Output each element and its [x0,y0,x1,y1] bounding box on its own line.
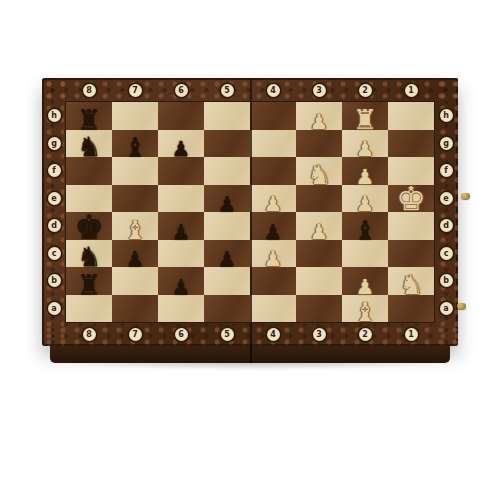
piece-white-pawn[interactable]: ♟ [342,139,388,160]
square-h2[interactable]: ♜ [342,102,388,130]
square-f6[interactable] [158,157,204,185]
square-h7[interactable] [112,102,158,130]
product-photo-chess-set: { "game": "chess", "scene": "wooden fold… [0,0,500,500]
square-c4[interactable]: ♟ [250,240,296,268]
file-medallion-b: b [440,274,453,287]
square-b5[interactable] [204,267,250,295]
square-b3[interactable] [296,267,342,295]
piece-white-king[interactable]: ♚ [388,182,434,215]
rank-medallion-3: 3 [313,328,326,341]
file-medallion-g: g [440,137,453,150]
square-a3[interactable] [296,295,342,323]
square-d2[interactable]: ♝ [342,212,388,240]
piece-black-pawn[interactable]: ♟ [158,222,204,243]
piece-white-bishop[interactable]: ♝ [342,299,388,325]
chess-board-frame: 87654321 87654321 hgfedcba hgfedcba ♜♟♜♞… [42,78,458,346]
square-a4[interactable] [250,295,296,323]
square-d6[interactable]: ♟ [158,212,204,240]
square-c5[interactable]: ♟ [204,240,250,268]
square-g3[interactable] [296,130,342,158]
piece-white-rook[interactable]: ♜ [342,106,388,133]
file-medallion-c: c [440,247,453,260]
piece-white-pawn[interactable]: ♟ [296,222,342,243]
square-g1[interactable] [388,130,434,158]
piece-black-pawn[interactable]: ♟ [250,222,296,243]
square-e7[interactable] [112,185,158,213]
file-medallion-f: f [48,164,61,177]
rank-medallion-2: 2 [359,328,372,341]
square-b2[interactable]: ♟ [342,267,388,295]
piece-black-king[interactable]: ♚ [66,210,112,243]
piece-black-knight[interactable]: ♞ [66,243,112,270]
piece-black-pawn[interactable]: ♟ [204,194,250,215]
square-e4[interactable]: ♟ [250,185,296,213]
file-medallion-d: d [48,219,61,232]
square-d5[interactable] [204,212,250,240]
square-f5[interactable] [204,157,250,185]
file-medallion-a: a [440,302,453,315]
square-f3[interactable]: ♞ [296,157,342,185]
brass-clasp-icon [457,303,466,309]
square-a2[interactable]: ♝ [342,295,388,323]
square-b8[interactable]: ♜ [66,267,112,295]
square-g6[interactable]: ♟ [158,130,204,158]
brass-clasp-icon [461,193,470,199]
square-h4[interactable] [250,102,296,130]
piece-black-bishop[interactable]: ♝ [342,217,388,243]
file-medallion-e: e [440,192,453,205]
square-f2[interactable]: ♟ [342,157,388,185]
square-d4[interactable]: ♟ [250,212,296,240]
square-c6[interactable] [158,240,204,268]
file-medallion-c: c [48,247,61,260]
piece-black-bishop[interactable]: ♝ [112,134,158,160]
piece-white-bishop[interactable]: ♝ [112,217,158,243]
square-a5[interactable] [204,295,250,323]
piece-black-pawn[interactable]: ♟ [204,249,250,270]
square-g5[interactable] [204,130,250,158]
square-h3[interactable]: ♟ [296,102,342,130]
file-medallion-g: g [48,137,61,150]
box-side-panel [50,346,450,363]
square-a7[interactable] [112,295,158,323]
file-medallion-f: f [440,164,453,177]
square-b4[interactable] [250,267,296,295]
piece-white-pawn[interactable]: ♟ [250,249,296,270]
square-g7[interactable]: ♝ [112,130,158,158]
rank-medallion-7: 7 [129,328,142,341]
square-b7[interactable] [112,267,158,295]
square-b6[interactable]: ♟ [158,267,204,295]
rank-medallion-6: 6 [175,84,188,97]
rank-medallion-6: 6 [175,328,188,341]
piece-black-rook[interactable]: ♜ [66,271,112,298]
square-b1[interactable]: ♞ [388,267,434,295]
fold-seam [250,78,252,346]
piece-black-pawn[interactable]: ♟ [112,249,158,270]
square-d8[interactable]: ♚ [66,212,112,240]
file-medallion-h: h [48,109,61,122]
file-labels-right: hgfedcba [436,102,456,322]
square-h8[interactable]: ♜ [66,102,112,130]
square-e1[interactable]: ♚ [388,185,434,213]
rank-medallion-2: 2 [359,84,372,97]
rank-medallion-1: 1 [405,328,418,341]
square-e6[interactable] [158,185,204,213]
square-h1[interactable] [388,102,434,130]
square-e5[interactable]: ♟ [204,185,250,213]
piece-black-pawn[interactable]: ♟ [158,277,204,298]
rank-medallion-5: 5 [221,328,234,341]
piece-white-pawn[interactable]: ♟ [342,277,388,298]
square-c3[interactable] [296,240,342,268]
file-medallion-e: e [48,192,61,205]
piece-black-pawn[interactable]: ♟ [158,139,204,160]
piece-white-knight[interactable]: ♞ [296,161,342,188]
square-g8[interactable]: ♞ [66,130,112,158]
square-e2[interactable]: ♟ [342,185,388,213]
rank-medallion-5: 5 [221,84,234,97]
square-c1[interactable] [388,240,434,268]
piece-white-pawn[interactable]: ♟ [296,112,342,133]
piece-white-pawn[interactable]: ♟ [342,167,388,188]
rank-medallion-3: 3 [313,84,326,97]
piece-white-pawn[interactable]: ♟ [250,194,296,215]
piece-black-rook[interactable]: ♜ [66,106,112,133]
piece-black-knight[interactable]: ♞ [66,133,112,160]
rank-medallion-8: 8 [83,84,96,97]
rank-medallion-8: 8 [83,328,96,341]
box-side-seam [250,346,252,363]
file-labels-left: hgfedcba [44,102,64,322]
rank-medallion-1: 1 [405,84,418,97]
square-h5[interactable] [204,102,250,130]
rank-medallion-4: 4 [267,328,280,341]
square-d7[interactable]: ♝ [112,212,158,240]
file-medallion-h: h [440,109,453,122]
file-medallion-d: d [440,219,453,232]
square-f4[interactable] [250,157,296,185]
piece-white-pawn[interactable]: ♟ [342,194,388,215]
rank-medallion-7: 7 [129,84,142,97]
square-g4[interactable] [250,130,296,158]
square-a6[interactable] [158,295,204,323]
rank-medallion-4: 4 [267,84,280,97]
file-medallion-a: a [48,302,61,315]
square-d3[interactable]: ♟ [296,212,342,240]
piece-white-knight[interactable]: ♞ [388,271,434,298]
file-medallion-b: b [48,274,61,287]
square-h6[interactable] [158,102,204,130]
